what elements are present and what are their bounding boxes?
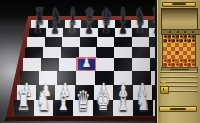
square-f3[interactable] bbox=[114, 71, 133, 85]
square-g7[interactable] bbox=[132, 28, 149, 37]
square-d5[interactable] bbox=[79, 47, 97, 58]
sidebar-top-button[interactable] bbox=[162, 2, 196, 7]
square-d8[interactable] bbox=[81, 20, 98, 28]
square-e8[interactable] bbox=[98, 20, 115, 28]
square-d4[interactable] bbox=[77, 58, 95, 71]
square-b7[interactable] bbox=[46, 28, 63, 37]
square-b2[interactable] bbox=[36, 85, 55, 100]
captured-piece-dot bbox=[177, 31, 179, 33]
square-b1[interactable] bbox=[34, 100, 54, 116]
square-d6[interactable] bbox=[80, 37, 97, 47]
captured-piece-dot bbox=[192, 31, 194, 33]
bottom-button-text-smudge bbox=[170, 108, 186, 110]
square-c6[interactable] bbox=[62, 37, 79, 47]
square-e2[interactable] bbox=[94, 85, 113, 100]
square-c7[interactable] bbox=[63, 28, 80, 37]
sidebar-panel bbox=[155, 0, 200, 123]
square-c5[interactable] bbox=[61, 47, 79, 58]
padlock-keyhole bbox=[163, 88, 165, 91]
square-a6[interactable] bbox=[27, 37, 44, 47]
square-e5[interactable] bbox=[96, 47, 114, 58]
status-text-smudge bbox=[170, 69, 189, 71]
square-c8[interactable] bbox=[65, 20, 82, 28]
square-f1[interactable] bbox=[113, 100, 133, 116]
square-a8[interactable] bbox=[31, 20, 48, 28]
square-a4[interactable] bbox=[23, 58, 41, 71]
board-rank-2 bbox=[17, 85, 171, 100]
captured-piece-dot bbox=[184, 31, 186, 33]
square-b8[interactable] bbox=[48, 20, 65, 28]
captured-piece-dot bbox=[169, 31, 171, 33]
square-a7[interactable] bbox=[29, 28, 46, 37]
square-c3[interactable] bbox=[57, 71, 76, 85]
square-g3[interactable] bbox=[132, 71, 151, 85]
square-c2[interactable] bbox=[55, 85, 74, 100]
square-b4[interactable] bbox=[41, 58, 59, 71]
square-d2[interactable] bbox=[75, 85, 94, 100]
square-c1[interactable] bbox=[53, 100, 73, 116]
board-rank-1 bbox=[14, 100, 173, 116]
board-rank-5 bbox=[25, 47, 167, 58]
square-d3[interactable] bbox=[76, 71, 95, 85]
square-a3[interactable] bbox=[20, 71, 39, 85]
square-e1[interactable] bbox=[93, 100, 113, 116]
board-rank-3 bbox=[20, 71, 170, 85]
chess-app-window: ♜♞♝♛♚♝♞♜♟♟♟♟♟♟♟♟♟♟♟♟♟♟♟♟♜♞♝♛♚♝♞♜ bbox=[0, 0, 200, 123]
square-f8[interactable] bbox=[115, 20, 132, 28]
square-c4[interactable] bbox=[59, 58, 77, 71]
info-panel bbox=[161, 8, 198, 30]
board-rank-8 bbox=[31, 20, 165, 28]
square-b6[interactable] bbox=[45, 37, 62, 47]
square-g8[interactable] bbox=[131, 20, 148, 28]
square-e4[interactable] bbox=[96, 58, 114, 71]
board-rank-4 bbox=[23, 58, 169, 71]
square-g2[interactable] bbox=[133, 85, 152, 100]
square-g4[interactable] bbox=[132, 58, 150, 71]
square-e7[interactable] bbox=[98, 28, 115, 37]
square-e6[interactable] bbox=[97, 37, 114, 47]
square-f2[interactable] bbox=[113, 85, 132, 100]
square-g5[interactable] bbox=[132, 47, 150, 58]
padlock-body bbox=[160, 86, 169, 94]
square-b5[interactable] bbox=[43, 47, 61, 58]
square-a2[interactable] bbox=[17, 85, 36, 100]
square-f5[interactable] bbox=[114, 47, 132, 58]
square-f4[interactable] bbox=[114, 58, 132, 71]
square-g6[interactable] bbox=[132, 37, 149, 47]
square-a1[interactable] bbox=[14, 100, 34, 116]
square-d7[interactable] bbox=[80, 28, 97, 37]
mini-board-2d[interactable] bbox=[162, 34, 196, 68]
square-f7[interactable] bbox=[115, 28, 132, 37]
square-f6[interactable] bbox=[114, 37, 131, 47]
padlock-icon bbox=[159, 82, 168, 92]
square-a5[interactable] bbox=[25, 47, 43, 58]
square-d1[interactable] bbox=[73, 100, 93, 116]
square-g1[interactable] bbox=[133, 100, 153, 116]
top-button-text-smudge bbox=[172, 3, 186, 5]
board-rank-6 bbox=[27, 37, 166, 47]
sidebar-bottom-button[interactable] bbox=[159, 106, 197, 112]
board-rank-7 bbox=[29, 28, 165, 37]
square-b3[interactable] bbox=[39, 71, 58, 85]
square-e3[interactable] bbox=[95, 71, 114, 85]
